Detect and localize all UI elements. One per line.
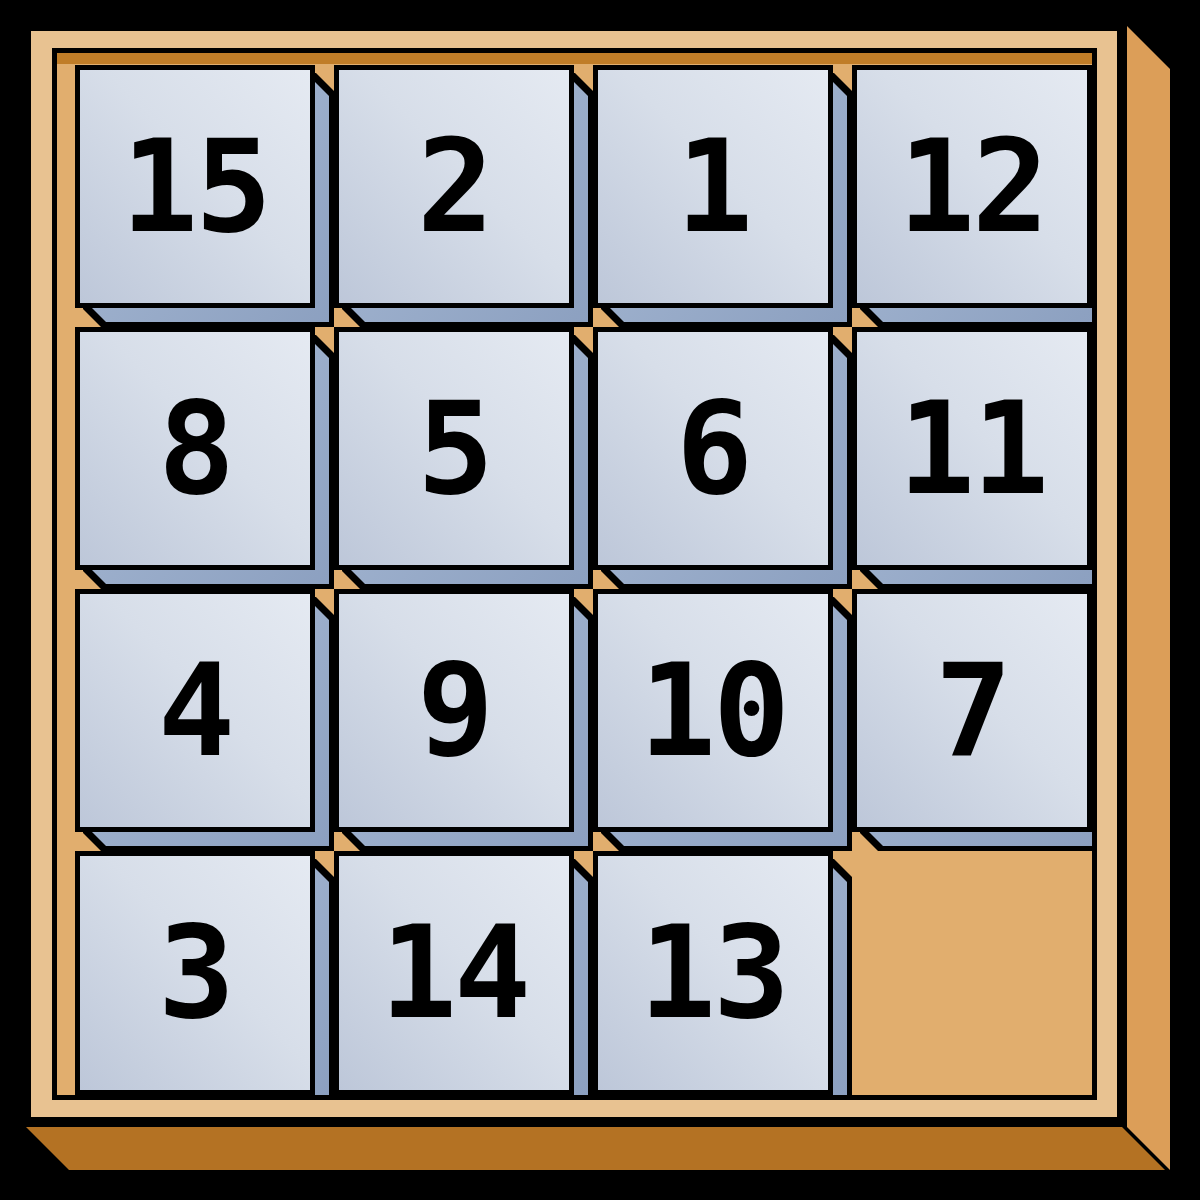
tile-face: 10 xyxy=(593,589,833,832)
tile-face: 12 xyxy=(852,65,1092,308)
tile-face: 7 xyxy=(852,589,1092,832)
puzzle-screenshot: 15 2 1 xyxy=(0,0,1200,1200)
tile-face: 9 xyxy=(334,589,574,832)
tile-face: 15 xyxy=(75,65,315,308)
well-top-wall xyxy=(57,53,1092,64)
tile-6[interactable]: 6 xyxy=(593,327,852,589)
tile-10[interactable]: 10 xyxy=(593,589,852,851)
tile-label: 2 xyxy=(417,123,491,251)
tile-label: 15 xyxy=(121,123,269,251)
tile-face: 5 xyxy=(334,327,574,570)
tile-label: 3 xyxy=(158,909,232,1037)
tile-label: 1 xyxy=(676,123,750,251)
tile-face: 8 xyxy=(75,327,315,570)
tile-13[interactable]: 13 xyxy=(593,851,852,1095)
tile-12[interactable]: 12 xyxy=(852,65,1092,327)
tile-15[interactable]: 15 xyxy=(75,65,334,327)
tile-face: 14 xyxy=(334,851,574,1095)
tile-label: 6 xyxy=(676,385,750,513)
board-frame: 15 2 1 xyxy=(26,26,1122,1122)
tile-4[interactable]: 4 xyxy=(75,589,334,851)
tile-label: 11 xyxy=(898,385,1046,513)
tile-label: 14 xyxy=(380,909,528,1037)
frame-side-right xyxy=(1127,26,1170,1170)
frame-side-bottom xyxy=(26,1127,1170,1170)
tile-grid: 15 2 1 xyxy=(75,65,1092,1095)
tile-face: 4 xyxy=(75,589,315,832)
tile-11[interactable]: 11 xyxy=(852,327,1092,589)
tile-5[interactable]: 5 xyxy=(334,327,593,589)
tile-label: 7 xyxy=(935,647,1009,775)
tile-9[interactable]: 9 xyxy=(334,589,593,851)
tile-7[interactable]: 7 xyxy=(852,589,1092,851)
tile-label: 12 xyxy=(898,123,1046,251)
tile-label: 4 xyxy=(158,647,232,775)
tile-label: 8 xyxy=(158,385,232,513)
tile-label: 5 xyxy=(417,385,491,513)
tile-3[interactable]: 3 xyxy=(75,851,334,1095)
tile-label: 13 xyxy=(639,909,787,1037)
tile-8[interactable]: 8 xyxy=(75,327,334,589)
tile-face: 11 xyxy=(852,327,1092,570)
tile-face: 6 xyxy=(593,327,833,570)
tile-face: 3 xyxy=(75,851,315,1095)
tile-face: 13 xyxy=(593,851,833,1095)
tile-face: 1 xyxy=(593,65,833,308)
board-well: 15 2 1 xyxy=(52,48,1097,1100)
tile-label: 10 xyxy=(639,647,787,775)
empty-cell xyxy=(852,851,1092,1095)
tile-14[interactable]: 14 xyxy=(334,851,593,1095)
tile-2[interactable]: 2 xyxy=(334,65,593,327)
tile-label: 9 xyxy=(417,647,491,775)
tile-face: 2 xyxy=(334,65,574,308)
tile-1[interactable]: 1 xyxy=(593,65,852,327)
